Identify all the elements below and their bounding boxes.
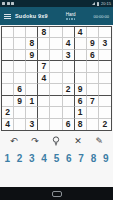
cell-r9c5[interactable]	[50, 119, 62, 130]
cell-r7c3[interactable]: 1	[26, 96, 38, 107]
cell-r4c1[interactable]	[2, 61, 14, 72]
cell-r3c9[interactable]	[99, 50, 111, 61]
cell-r5c2[interactable]	[14, 73, 26, 84]
cell-r9c6[interactable]: 6	[63, 119, 75, 130]
cell-r6c8[interactable]	[87, 84, 99, 95]
cell-r1c6[interactable]	[63, 27, 75, 38]
difficulty-dot	[74, 18, 76, 20]
numpad-5[interactable]: 5	[54, 154, 60, 164]
cell-r7c1[interactable]	[2, 96, 14, 107]
difficulty-dot	[69, 18, 71, 20]
cell-r5c8[interactable]	[87, 73, 99, 84]
cell-r4c8[interactable]	[87, 61, 99, 72]
cell-r1c8[interactable]	[87, 27, 99, 38]
cell-r6c1[interactable]	[2, 84, 14, 95]
cell-r4c4[interactable]: 7	[38, 61, 50, 72]
cell-r7c2[interactable]: 9	[14, 96, 26, 107]
numpad-8[interactable]: 8	[91, 154, 97, 164]
cell-r4c3[interactable]	[26, 61, 38, 72]
cell-r3c3[interactable]: 9	[26, 50, 38, 61]
number-pad: 123456789	[0, 151, 113, 167]
cell-r2c5[interactable]	[50, 38, 62, 49]
cell-r4c7[interactable]	[75, 61, 87, 72]
toolbar: ↶ ↷ ✕ ✎	[0, 131, 113, 151]
cell-r2c4[interactable]	[38, 38, 50, 49]
status-right-icons: 20:15	[92, 2, 111, 6]
notification-icon	[7, 2, 10, 5]
cell-r3c1[interactable]	[2, 50, 14, 61]
battery-icon	[97, 2, 100, 6]
cell-r3c5[interactable]	[50, 50, 62, 61]
notification-icon	[2, 2, 5, 5]
cell-r5c6[interactable]	[63, 73, 75, 84]
cell-r8c5[interactable]	[50, 107, 62, 118]
hint-lightbulb-icon[interactable]	[52, 136, 60, 147]
cell-r8c7[interactable]: 1	[75, 107, 87, 118]
cell-r9c9[interactable]: 2	[99, 119, 111, 130]
difficulty-dot	[66, 18, 68, 20]
hamburger-menu-icon[interactable]	[4, 14, 11, 19]
cell-r1c3[interactable]	[26, 27, 38, 38]
cell-r9c2[interactable]	[14, 119, 26, 130]
cell-r6c9[interactable]	[99, 84, 111, 95]
cell-r7c9[interactable]	[99, 96, 111, 107]
cell-r5c1[interactable]	[2, 73, 14, 84]
cell-r2c2[interactable]	[14, 38, 26, 49]
cell-r6c6[interactable]: 2	[63, 84, 75, 95]
cell-r3c4[interactable]	[38, 50, 50, 61]
cell-r5c3[interactable]	[26, 73, 38, 84]
android-nav-bar	[0, 187, 113, 200]
difficulty-block: Hard	[66, 12, 76, 20]
cell-r3c8[interactable]: 6	[87, 50, 99, 61]
cell-r3c7[interactable]	[75, 50, 87, 61]
numpad-3[interactable]: 3	[29, 154, 35, 164]
cell-r1c9[interactable]	[99, 27, 111, 38]
cell-r8c2[interactable]	[14, 107, 26, 118]
cell-r9c7[interactable]: 8	[75, 119, 87, 130]
difficulty-dot	[71, 18, 73, 20]
cell-r5c4[interactable]: 4	[38, 73, 50, 84]
cell-r9c8[interactable]	[87, 119, 99, 130]
numpad-1[interactable]: 1	[4, 154, 10, 164]
cell-r9c1[interactable]: 4	[2, 119, 14, 130]
cell-r4c9[interactable]	[99, 61, 111, 72]
game-timer: 00:00:00	[93, 14, 109, 19]
cell-r5c7[interactable]	[75, 73, 87, 84]
numpad-4[interactable]: 4	[41, 154, 47, 164]
cell-r1c2[interactable]	[14, 27, 26, 38]
cell-r8c6[interactable]	[63, 107, 75, 118]
cell-r6c5[interactable]	[50, 84, 62, 95]
numpad-9[interactable]: 9	[103, 154, 109, 164]
cell-r2c8[interactable]: 9	[87, 38, 99, 49]
cell-r5c9[interactable]	[99, 73, 111, 84]
cell-r7c8[interactable]: 7	[87, 96, 99, 107]
numpad-2[interactable]: 2	[17, 154, 23, 164]
board-area: 8484939367462991672143682	[0, 25, 113, 131]
cell-r8c9[interactable]	[99, 107, 111, 118]
cell-r7c4[interactable]	[38, 96, 50, 107]
cell-r6c3[interactable]	[26, 84, 38, 95]
cell-r9c3[interactable]: 3	[26, 119, 38, 130]
notification-icon	[11, 2, 14, 5]
cell-r4c6[interactable]	[63, 61, 75, 72]
cell-r2c9[interactable]: 3	[99, 38, 111, 49]
undo-icon[interactable]: ↶	[10, 137, 18, 146]
cell-r7c6[interactable]	[63, 96, 75, 107]
cell-r4c2[interactable]	[14, 61, 26, 72]
numpad-7[interactable]: 7	[78, 154, 84, 164]
status-bar: 20:15	[0, 0, 113, 7]
cell-r6c7[interactable]: 9	[75, 84, 87, 95]
cell-r2c7[interactable]	[75, 38, 87, 49]
cell-r2c6[interactable]: 4	[63, 38, 75, 49]
phone-screen: 20:15 Sudoku 9x9 Hard 00:00:00 848493936…	[0, 0, 113, 200]
cell-r7c5[interactable]	[50, 96, 62, 107]
cell-r2c1[interactable]	[2, 38, 14, 49]
cell-r8c3[interactable]	[26, 107, 38, 118]
cell-r2c3[interactable]: 8	[26, 38, 38, 49]
status-time: 20:15	[101, 2, 111, 6]
cell-r8c8[interactable]	[87, 107, 99, 118]
cell-r6c4[interactable]	[38, 84, 50, 95]
cell-r8c4[interactable]	[38, 107, 50, 118]
difficulty-dots	[66, 18, 75, 20]
app-bar: Sudoku 9x9 Hard 00:00:00	[0, 7, 113, 25]
cell-r1c5[interactable]	[50, 27, 62, 38]
cell-r7c7[interactable]: 6	[75, 96, 87, 107]
cell-r5c5[interactable]	[50, 73, 62, 84]
cell-r9c4[interactable]	[38, 119, 50, 130]
cell-r4c5[interactable]	[50, 61, 62, 72]
pencil-notes-icon[interactable]: ✎	[96, 137, 104, 146]
home-button-icon[interactable]	[52, 191, 62, 197]
cell-r1c7[interactable]: 4	[75, 27, 87, 38]
status-left-icons	[2, 2, 14, 5]
cell-r1c1[interactable]	[2, 27, 14, 38]
redo-icon[interactable]: ↷	[31, 137, 39, 146]
cell-r1c4[interactable]: 8	[38, 27, 50, 38]
numpad-6[interactable]: 6	[66, 154, 72, 164]
difficulty-label: Hard	[66, 12, 76, 17]
app-title: Sudoku 9x9	[15, 13, 48, 19]
erase-icon[interactable]: ✕	[74, 137, 82, 146]
sudoku-board: 8484939367462991672143682	[1, 26, 112, 131]
cell-r8c1[interactable]: 2	[2, 107, 14, 118]
cell-r3c2[interactable]	[14, 50, 26, 61]
signal-icon	[92, 2, 95, 5]
cell-r6c2[interactable]: 6	[14, 84, 26, 95]
cell-r3c6[interactable]: 3	[63, 50, 75, 61]
